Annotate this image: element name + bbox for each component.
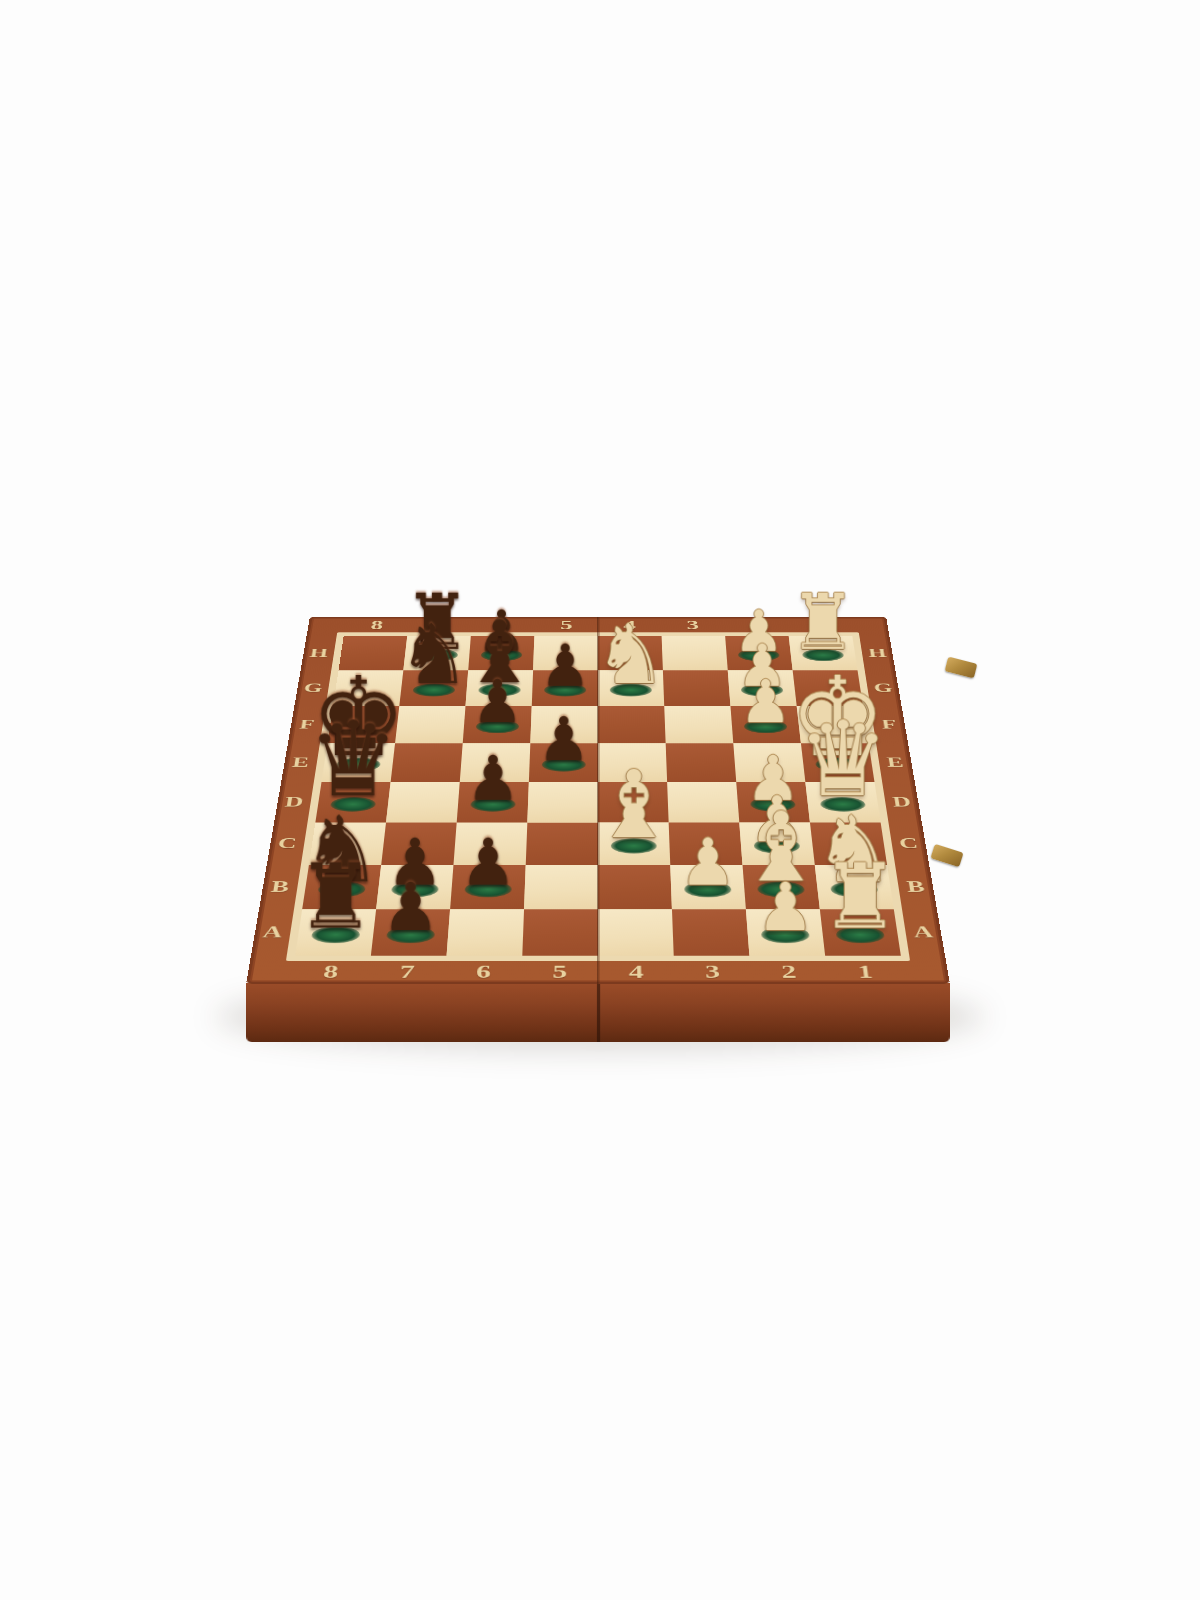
- rank-label-front-1: 1: [851, 962, 879, 981]
- square-d6[interactable]: ♟: [457, 782, 529, 823]
- rank-label-front-3: 3: [699, 962, 726, 981]
- piece-black-pawn-d6[interactable]: ♟: [435, 748, 552, 810]
- perspective-container: ♜♟♟♜♞♝♟♞♟♟♟♚♟♚♛♟♟♛♝♟♞♟♟♟♝♞♜♟♟♜ HHGGFFEED…: [268, 452, 928, 1112]
- rank-label-front-8: 8: [317, 962, 345, 981]
- square-a2[interactable]: ♟: [746, 909, 825, 955]
- playing-field: ♜♟♟♜♞♝♟♞♟♟♟♚♟♚♛♟♟♛♝♟♞♟♟♟♝♞♜♟♟♜: [295, 636, 901, 956]
- square-a4[interactable]: [598, 909, 674, 955]
- rank-label-front-5: 5: [547, 962, 573, 981]
- board-front-edge: [246, 983, 950, 1042]
- rank-label-back-5: 5: [556, 619, 577, 632]
- hinge-icon: [945, 657, 978, 679]
- hinge-icon: [930, 844, 963, 868]
- fold-seam-front: [597, 983, 600, 1042]
- rank-label-front-7: 7: [394, 962, 421, 981]
- piece-white-pawn-a2[interactable]: ♟: [723, 875, 848, 941]
- piece-black-pawn-a7[interactable]: ♟: [348, 875, 473, 941]
- square-a7[interactable]: ♟: [371, 909, 450, 955]
- rank-label-front-4: 4: [623, 962, 649, 981]
- chess-board: ♜♟♟♜♞♝♟♞♟♟♟♚♟♚♛♟♟♛♝♟♞♟♟♟♝♞♜♟♟♜ HHGGFFEED…: [246, 617, 950, 984]
- rank-label-front-6: 6: [470, 962, 497, 981]
- product-photo-scene: ♜♟♟♜♞♝♟♞♟♟♟♚♟♚♛♟♟♛♝♟♞♟♟♟♝♞♜♟♟♜ HHGGFFEED…: [0, 0, 1200, 1600]
- square-a5[interactable]: [522, 909, 598, 955]
- rank-label-front-2: 2: [775, 962, 802, 981]
